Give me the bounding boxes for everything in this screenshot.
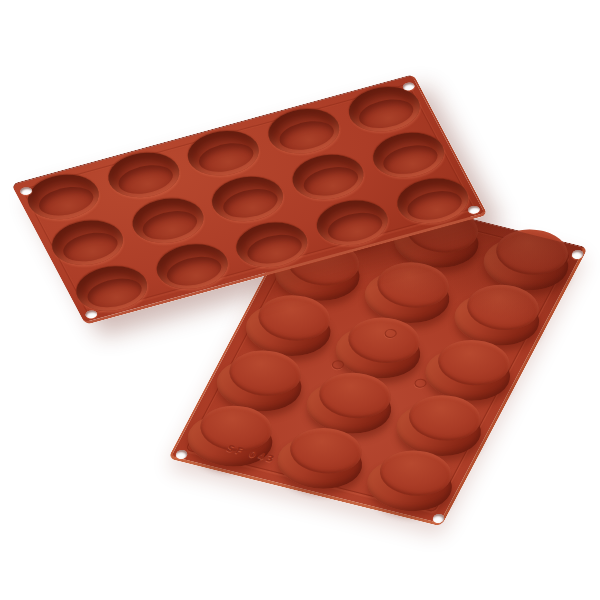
bump-top-face <box>486 223 576 282</box>
product-photo: SF 043 <box>0 0 600 600</box>
